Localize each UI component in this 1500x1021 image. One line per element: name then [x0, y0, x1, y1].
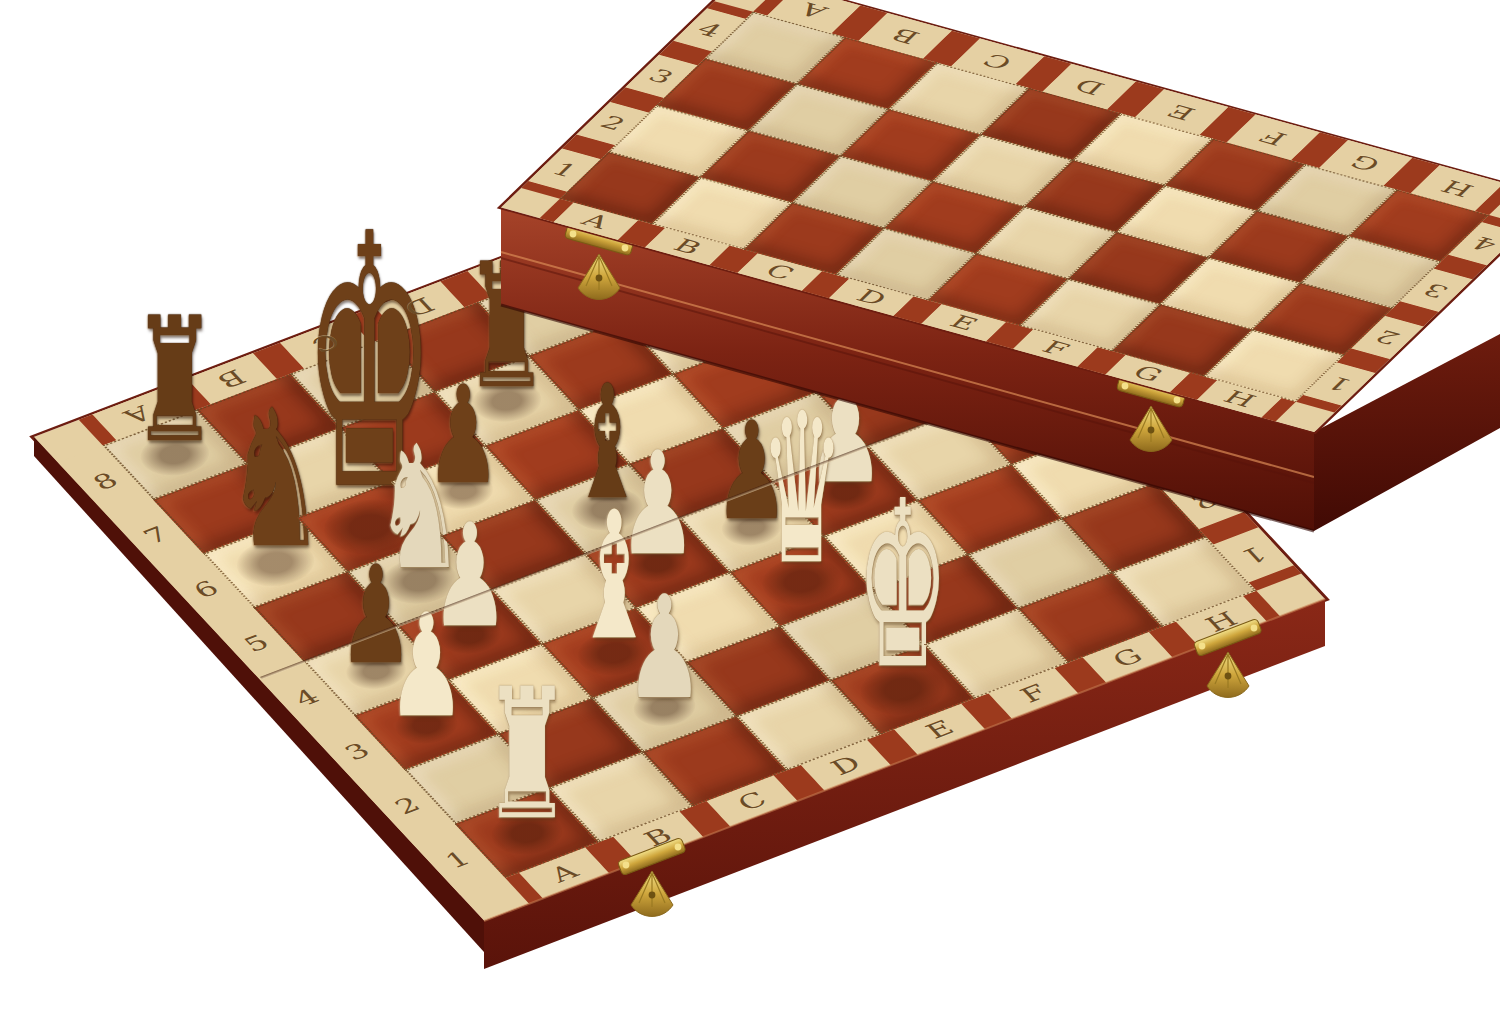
white-queen-glyph: ♛ — [760, 386, 844, 593]
white-rook-glyph: ♜ — [483, 665, 572, 845]
white-pawn-glyph: ♟ — [625, 577, 704, 719]
product-photo-chess-set: ♜♜♞♚♟♞♝♟♟♟♟♟♟♝♛♟♜♚88AA77BB66CC55DD44EE33… — [0, 0, 1500, 1021]
black-rook-glyph: ♜ — [132, 295, 217, 467]
white-king-glyph: ♚ — [856, 471, 949, 701]
